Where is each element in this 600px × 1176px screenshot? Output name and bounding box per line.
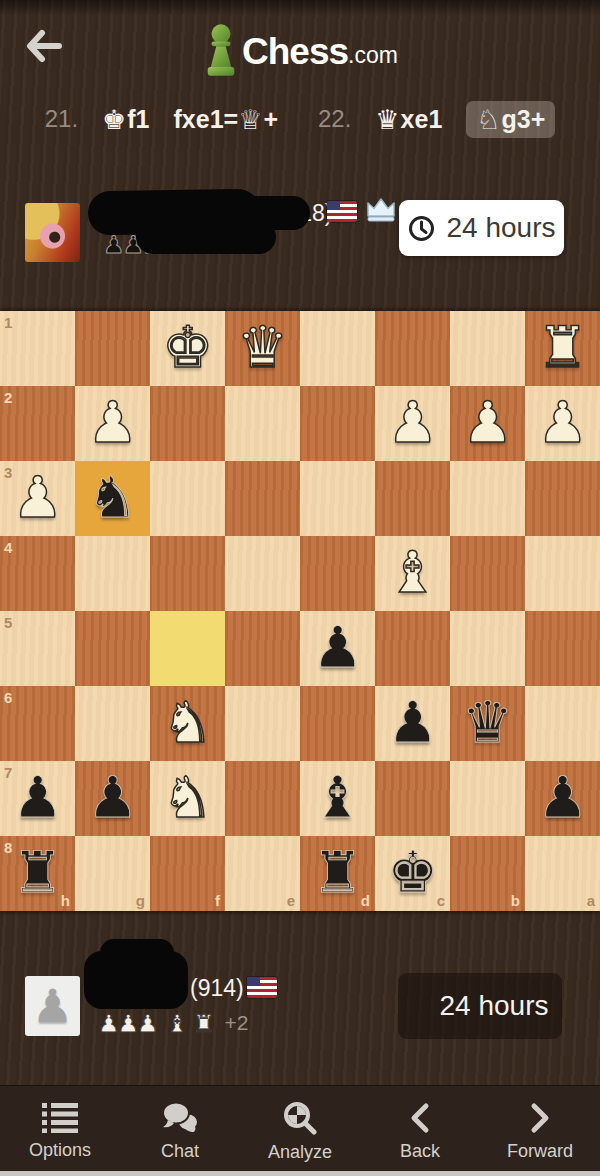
- opponent-time-remaining: 24 hours: [447, 212, 556, 244]
- square-d2[interactable]: [300, 386, 375, 461]
- square-b5[interactable]: [450, 611, 525, 686]
- square-c1[interactable]: [375, 311, 450, 386]
- move-number: 22.: [318, 105, 351, 133]
- home-indicator: [0, 1171, 600, 1176]
- logo-pawn-icon: [202, 22, 240, 78]
- black-pawn[interactable]: ♟: [0, 761, 75, 836]
- black-king[interactable]: ♚: [375, 836, 450, 911]
- analyze-magnifier-icon: [283, 1101, 317, 1135]
- move-white-kf1[interactable]: ♚f1: [102, 104, 149, 135]
- move-number: 21.: [45, 105, 78, 133]
- square-f2[interactable]: [150, 386, 225, 461]
- square-g6[interactable]: [75, 686, 150, 761]
- square-g1[interactable]: [75, 311, 150, 386]
- list-icon: [42, 1103, 78, 1133]
- square-h7[interactable]: 7♟: [0, 761, 75, 836]
- file-label: a: [587, 892, 595, 909]
- square-e1[interactable]: ♛: [225, 311, 300, 386]
- rank-label: 4: [4, 539, 12, 556]
- white-knight[interactable]: ♞: [150, 686, 225, 761]
- square-f1[interactable]: ♚: [150, 311, 225, 386]
- white-queen[interactable]: ♛: [225, 311, 300, 386]
- name-redaction: [100, 939, 174, 967]
- logo-text-chess: Chess: [242, 26, 348, 78]
- captured-white-rook: ♜: [193, 1010, 215, 1038]
- square-c2[interactable]: ♟: [375, 386, 450, 461]
- us-flag-icon: [327, 201, 357, 222]
- white-pawn[interactable]: ♟: [75, 386, 150, 461]
- square-c4[interactable]: ♝: [375, 536, 450, 611]
- square-h5[interactable]: 5: [0, 611, 75, 686]
- square-a7[interactable]: ♟: [525, 761, 600, 836]
- queen-glyph: ♛: [375, 104, 399, 135]
- white-king-glyph: ♚: [102, 104, 126, 135]
- white-pawn[interactable]: ♟: [450, 386, 525, 461]
- options-button[interactable]: Options: [5, 1103, 115, 1161]
- square-g2[interactable]: ♟: [75, 386, 150, 461]
- chess-app-screen: Chess .com 21. ♚f1 fxe1=♕+ 22. ♛xe1 ♘g3+…: [0, 0, 600, 1176]
- black-rook[interactable]: ♜: [300, 836, 375, 911]
- move-white-qxe1[interactable]: ♛xe1: [375, 104, 442, 135]
- rank-label: 2: [4, 389, 12, 406]
- captured-by-black: ♟♟♟♝♜+2: [98, 1008, 249, 1038]
- back-move-button[interactable]: Back: [365, 1102, 475, 1162]
- knight-outline-glyph: ♘: [476, 104, 500, 135]
- white-knight[interactable]: ♞: [150, 761, 225, 836]
- square-a5[interactable]: [525, 611, 600, 686]
- material-advantage: +2: [225, 1008, 249, 1038]
- square-g3[interactable]: ♞: [75, 461, 150, 536]
- square-b6[interactable]: ♛: [450, 686, 525, 761]
- opponent-timer: 24 hours: [399, 200, 564, 256]
- player-timer: 24 hours: [398, 973, 562, 1039]
- player-rating: (914): [190, 975, 244, 1002]
- square-a8[interactable]: a: [525, 836, 600, 911]
- square-a2[interactable]: ♟: [525, 386, 600, 461]
- captured-white-pawn: ♟: [137, 1010, 159, 1038]
- square-c6[interactable]: ♟: [375, 686, 450, 761]
- square-b1[interactable]: [450, 311, 525, 386]
- black-pawn[interactable]: ♟: [375, 686, 450, 761]
- square-c3[interactable]: [375, 461, 450, 536]
- square-d4[interactable]: [300, 536, 375, 611]
- square-e6[interactable]: [225, 686, 300, 761]
- logo-text-com: .com: [348, 32, 398, 78]
- square-h8[interactable]: 8h♜: [0, 836, 75, 911]
- square-g8[interactable]: g: [75, 836, 150, 911]
- player-time-remaining: 24 hours: [440, 990, 549, 1022]
- captured-white-pawn: ♟: [98, 1010, 120, 1038]
- square-a6[interactable]: [525, 686, 600, 761]
- chat-bubbles-icon: [161, 1102, 199, 1134]
- rank-label: 1: [4, 314, 12, 331]
- file-label: f: [215, 892, 220, 909]
- square-f5[interactable]: [150, 611, 225, 686]
- square-b4[interactable]: [450, 536, 525, 611]
- rank-label: 6: [4, 689, 12, 706]
- black-rook[interactable]: ♜: [0, 836, 75, 911]
- square-f4[interactable]: [150, 536, 225, 611]
- square-b3[interactable]: [450, 461, 525, 536]
- square-a4[interactable]: [525, 536, 600, 611]
- square-b2[interactable]: ♟: [450, 386, 525, 461]
- file-label: g: [136, 892, 145, 909]
- square-e8[interactable]: e: [225, 836, 300, 911]
- square-e7[interactable]: [225, 761, 300, 836]
- square-g7[interactable]: ♟: [75, 761, 150, 836]
- square-d1[interactable]: [300, 311, 375, 386]
- us-flag-icon: [247, 977, 277, 998]
- chess-board[interactable]: 1♚♛♜2♟♟♟♟3♟♞4♝5♟6♞♟♛7♟♟♞♝♟8h♜gfed♜c♚ba: [0, 311, 600, 911]
- chevron-left-icon: [408, 1102, 432, 1134]
- membership-crown-icon: [365, 195, 397, 223]
- bottom-nav-bar: Options Chat Analyze Back: [0, 1085, 600, 1176]
- move-current-ng3[interactable]: ♘g3+: [466, 101, 555, 138]
- black-pawn[interactable]: ♟: [525, 761, 600, 836]
- square-d8[interactable]: d♜: [300, 836, 375, 911]
- white-rook[interactable]: ♜: [525, 311, 600, 386]
- square-a1[interactable]: ♜: [525, 311, 600, 386]
- square-c7[interactable]: [375, 761, 450, 836]
- captured-white-bishop: ♝: [167, 1010, 189, 1038]
- chevron-right-icon: [528, 1102, 552, 1134]
- square-b8[interactable]: b: [450, 836, 525, 911]
- square-c5[interactable]: [375, 611, 450, 686]
- chesscom-logo: Chess .com: [0, 18, 600, 78]
- player-avatar[interactable]: ♟: [25, 976, 80, 1036]
- square-h2[interactable]: 2: [0, 386, 75, 461]
- square-a3[interactable]: [525, 461, 600, 536]
- white-king[interactable]: ♚: [150, 311, 225, 386]
- analyze-button[interactable]: Analyze: [245, 1101, 355, 1163]
- square-e2[interactable]: [225, 386, 300, 461]
- square-d7[interactable]: ♝: [300, 761, 375, 836]
- white-bishop[interactable]: ♝: [375, 536, 450, 611]
- rank-label: 5: [4, 614, 12, 631]
- square-h3[interactable]: 3♟: [0, 461, 75, 536]
- square-h6[interactable]: 6: [0, 686, 75, 761]
- black-pawn[interactable]: ♟: [75, 761, 150, 836]
- white-pawn[interactable]: ♟: [525, 386, 600, 461]
- captured-white-pawn: ♟: [118, 1010, 140, 1038]
- chat-button[interactable]: Chat: [125, 1102, 235, 1162]
- black-bishop[interactable]: ♝: [300, 761, 375, 836]
- file-label: b: [511, 892, 520, 909]
- queen-outline-glyph: ♕: [238, 104, 262, 135]
- square-f8[interactable]: f: [150, 836, 225, 911]
- opponent-avatar[interactable]: [25, 203, 80, 262]
- square-e4[interactable]: [225, 536, 300, 611]
- square-e3[interactable]: [225, 461, 300, 536]
- black-queen[interactable]: ♛: [450, 686, 525, 761]
- black-knight[interactable]: ♞: [75, 461, 150, 536]
- forward-move-button[interactable]: Forward: [485, 1102, 595, 1162]
- default-pawn-avatar-icon: ♟: [32, 983, 73, 1029]
- file-label: e: [287, 892, 295, 909]
- white-pawn[interactable]: ♟: [375, 386, 450, 461]
- move-black-promotion[interactable]: fxe1=♕+: [174, 104, 278, 135]
- square-f3[interactable]: [150, 461, 225, 536]
- square-h1[interactable]: 1: [0, 311, 75, 386]
- square-g4[interactable]: [75, 536, 150, 611]
- captured-black-pawn: ♟: [103, 231, 125, 259]
- square-b7[interactable]: [450, 761, 525, 836]
- move-list: 21. ♚f1 fxe1=♕+ 22. ♛xe1 ♘g3+: [0, 96, 600, 142]
- square-c8[interactable]: c♚: [375, 836, 450, 911]
- square-d6[interactable]: [300, 686, 375, 761]
- square-f7[interactable]: ♞: [150, 761, 225, 836]
- white-pawn[interactable]: ♟: [0, 461, 75, 536]
- black-pawn[interactable]: ♟: [300, 611, 375, 686]
- name-redaction: [210, 196, 310, 230]
- square-f6[interactable]: ♞: [150, 686, 225, 761]
- square-d5[interactable]: ♟: [300, 611, 375, 686]
- square-d3[interactable]: [300, 461, 375, 536]
- square-g5[interactable]: [75, 611, 150, 686]
- square-h4[interactable]: 4: [0, 536, 75, 611]
- clock-icon: [408, 215, 435, 242]
- square-e5[interactable]: [225, 611, 300, 686]
